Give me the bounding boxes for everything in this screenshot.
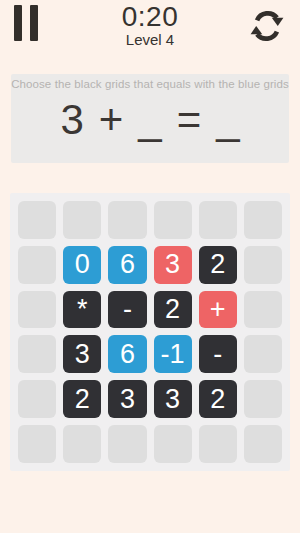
game-grid: 0632*-2+36-1-2332	[10, 193, 290, 471]
grid-cell-r6c6	[244, 425, 282, 463]
header-bar: 0:20 Level 4	[0, 0, 300, 60]
grid-cell-r1c4	[154, 201, 192, 239]
grid-cell-r6c5	[199, 425, 237, 463]
grid-cell-r3c2-black[interactable]: *	[63, 291, 101, 329]
equation-operator: +	[99, 96, 124, 144]
grid-cell-r2c5-black[interactable]: 2	[199, 246, 237, 284]
equation: 3 + _ = _	[11, 96, 289, 144]
grid-cell-r4c6	[244, 335, 282, 373]
grid-cell-r3c5-red[interactable]: +	[199, 291, 237, 329]
grid-cell-r1c2	[63, 201, 101, 239]
equation-blank-2: _	[216, 96, 239, 144]
grid-cell-r2c3-blue[interactable]: 6	[108, 246, 146, 284]
grid-cell-r1c3	[108, 201, 146, 239]
grid-cell-r5c3-black[interactable]: 3	[108, 380, 146, 418]
grid-cell-r1c5	[199, 201, 237, 239]
grid-cell-r3c1	[18, 291, 56, 329]
grid-cell-r5c4-black[interactable]: 3	[154, 380, 192, 418]
grid-cell-r5c2-black[interactable]: 2	[63, 380, 101, 418]
grid-cell-r4c3-blue[interactable]: 6	[108, 335, 146, 373]
grid-cell-r5c1	[18, 380, 56, 418]
grid-cell-r2c2-blue[interactable]: 0	[63, 246, 101, 284]
grid-cell-r2c6	[244, 246, 282, 284]
grid-cell-r3c4-black[interactable]: 2	[154, 291, 192, 329]
grid-cell-r3c3-black[interactable]: -	[108, 291, 146, 329]
equation-operand-1: 3	[60, 96, 83, 144]
grid-cell-r3c6	[244, 291, 282, 329]
grid-cell-r6c3	[108, 425, 146, 463]
grid-cell-r6c4	[154, 425, 192, 463]
restart-button[interactable]	[248, 7, 286, 45]
grid-cell-r5c6	[244, 380, 282, 418]
grid-cell-r1c1	[18, 201, 56, 239]
restart-icon	[248, 7, 286, 45]
grid-cell-r6c1	[18, 425, 56, 463]
grid-cell-r1c6	[244, 201, 282, 239]
grid-cell-r2c4-red[interactable]: 3	[154, 246, 192, 284]
equation-blank-1: _	[138, 96, 161, 144]
grid-cell-r4c2-black[interactable]: 3	[63, 335, 101, 373]
grid-cell-r4c4-blue[interactable]: -1	[154, 335, 192, 373]
instruction-text: Choose the black grids that equals with …	[11, 78, 289, 90]
equals-sign: =	[177, 96, 202, 144]
grid-cell-r5c5-black[interactable]: 2	[199, 380, 237, 418]
grid-cell-r2c1	[18, 246, 56, 284]
instruction-panel: Choose the black grids that equals with …	[11, 74, 289, 163]
grid-cell-r6c2	[63, 425, 101, 463]
grid-cell-r4c5-black[interactable]: -	[199, 335, 237, 373]
grid-cell-r4c1	[18, 335, 56, 373]
